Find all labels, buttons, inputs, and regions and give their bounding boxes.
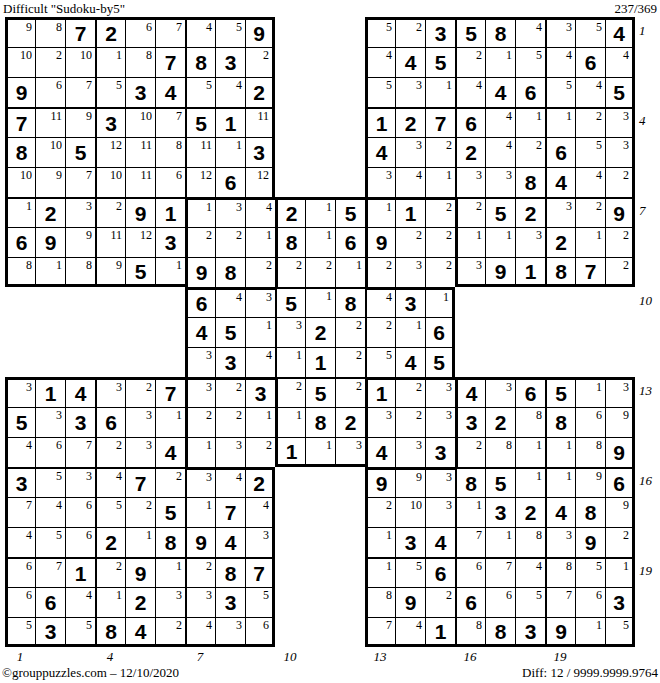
cell-r19c20[interactable]: 5 bbox=[575, 557, 605, 587]
cell-r17c8[interactable]: 7 bbox=[215, 497, 245, 527]
cell-r4c20[interactable]: 2 bbox=[575, 107, 605, 137]
cell-r13c12[interactable]: 2 bbox=[335, 377, 365, 407]
cell-r2c3[interactable]: 10 bbox=[65, 47, 95, 77]
cell-r3c4[interactable]: 5 bbox=[95, 77, 125, 107]
cell-r20c4[interactable]: 1 bbox=[95, 587, 125, 617]
cell-r14c21[interactable]: 9 bbox=[605, 407, 635, 437]
cell-r5c17[interactable]: 4 bbox=[485, 137, 515, 167]
cell-r17c19[interactable]: 4 bbox=[545, 497, 575, 527]
cell-r4c5[interactable]: 10 bbox=[125, 107, 155, 137]
cell-r1c5[interactable]: 6 bbox=[125, 17, 155, 47]
cell-r15c20[interactable]: 8 bbox=[575, 437, 605, 467]
cell-r13c10[interactable]: 2 bbox=[275, 377, 305, 407]
cell-r9c14[interactable]: 3 bbox=[395, 257, 425, 287]
cell-r13c19[interactable]: 5 bbox=[545, 377, 575, 407]
cell-r18c3[interactable]: 6 bbox=[65, 527, 95, 557]
cell-r8c17[interactable]: 1 bbox=[485, 227, 515, 257]
cell-r19c9[interactable]: 7 bbox=[245, 557, 275, 587]
cell-r9c8[interactable]: 8 bbox=[215, 257, 245, 287]
cell-r6c14[interactable]: 4 bbox=[395, 167, 425, 197]
cell-r1c19[interactable]: 3 bbox=[545, 17, 575, 47]
cell-r6c18[interactable]: 8 bbox=[515, 167, 545, 197]
cell-r8c4[interactable]: 11 bbox=[95, 227, 125, 257]
cell-r1c8[interactable]: 5 bbox=[215, 17, 245, 47]
cell-r21c18[interactable]: 3 bbox=[515, 617, 545, 647]
cell-r16c8[interactable]: 4 bbox=[215, 467, 245, 497]
cell-r10c10[interactable]: 5 bbox=[275, 287, 305, 317]
cell-r19c4[interactable]: 2 bbox=[95, 557, 125, 587]
cell-r21c8[interactable]: 3 bbox=[215, 617, 245, 647]
cell-r3c1[interactable]: 9 bbox=[5, 77, 35, 107]
cell-r21c2[interactable]: 3 bbox=[35, 617, 65, 647]
cell-r18c19[interactable]: 3 bbox=[545, 527, 575, 557]
cell-r15c6[interactable]: 4 bbox=[155, 437, 185, 467]
cell-r6c19[interactable]: 4 bbox=[545, 167, 575, 197]
cell-r1c7[interactable]: 4 bbox=[185, 17, 215, 47]
cell-r15c10[interactable]: 1 bbox=[275, 437, 305, 467]
cell-r18c21[interactable]: 2 bbox=[605, 527, 635, 557]
cell-r6c4[interactable]: 10 bbox=[95, 167, 125, 197]
cell-r1c9[interactable]: 9 bbox=[245, 17, 275, 47]
cell-r10c12[interactable]: 8 bbox=[335, 287, 365, 317]
cell-r8c11[interactable]: 1 bbox=[305, 227, 335, 257]
cell-r6c7[interactable]: 12 bbox=[185, 167, 215, 197]
cell-r9c17[interactable]: 9 bbox=[485, 257, 515, 287]
cell-r14c1[interactable]: 5 bbox=[5, 407, 35, 437]
cell-r20c13[interactable]: 8 bbox=[365, 587, 395, 617]
cell-r21c3[interactable]: 5 bbox=[65, 617, 95, 647]
cell-r11c15[interactable]: 6 bbox=[425, 317, 455, 347]
cell-r19c19[interactable]: 8 bbox=[545, 557, 575, 587]
cell-r15c9[interactable]: 2 bbox=[245, 437, 275, 467]
cell-r7c2[interactable]: 2 bbox=[35, 197, 65, 227]
cell-r15c7[interactable]: 1 bbox=[185, 437, 215, 467]
cell-r13c11[interactable]: 5 bbox=[305, 377, 335, 407]
cell-r13c13[interactable]: 1 bbox=[365, 377, 395, 407]
cell-r18c1[interactable]: 4 bbox=[5, 527, 35, 557]
cell-r15c19[interactable]: 1 bbox=[545, 437, 575, 467]
cell-r21c9[interactable]: 6 bbox=[245, 617, 275, 647]
cell-r13c17[interactable]: 3 bbox=[485, 377, 515, 407]
cell-r15c13[interactable]: 4 bbox=[365, 437, 395, 467]
cell-r17c9[interactable]: 4 bbox=[245, 497, 275, 527]
cell-r1c20[interactable]: 5 bbox=[575, 17, 605, 47]
cell-r21c15[interactable]: 1 bbox=[425, 617, 455, 647]
cell-r3c6[interactable]: 4 bbox=[155, 77, 185, 107]
cell-r15c18[interactable]: 1 bbox=[515, 437, 545, 467]
cell-r2c13[interactable]: 4 bbox=[365, 47, 395, 77]
cell-r16c2[interactable]: 5 bbox=[35, 467, 65, 497]
cell-r6c1[interactable]: 10 bbox=[5, 167, 35, 197]
cell-r14c5[interactable]: 3 bbox=[125, 407, 155, 437]
cell-r15c5[interactable]: 3 bbox=[125, 437, 155, 467]
cell-r7c4[interactable]: 2 bbox=[95, 197, 125, 227]
cell-r5c13[interactable]: 4 bbox=[365, 137, 395, 167]
cell-r5c20[interactable]: 5 bbox=[575, 137, 605, 167]
cell-r17c3[interactable]: 6 bbox=[65, 497, 95, 527]
cell-r3c15[interactable]: 1 bbox=[425, 77, 455, 107]
cell-r8c13[interactable]: 9 bbox=[365, 227, 395, 257]
cell-r13c6[interactable]: 7 bbox=[155, 377, 185, 407]
cell-r3c3[interactable]: 7 bbox=[65, 77, 95, 107]
cell-r18c15[interactable]: 4 bbox=[425, 527, 455, 557]
cell-r14c3[interactable]: 3 bbox=[65, 407, 95, 437]
cell-r3c20[interactable]: 4 bbox=[575, 77, 605, 107]
cell-r4c21[interactable]: 3 bbox=[605, 107, 635, 137]
cell-r21c17[interactable]: 8 bbox=[485, 617, 515, 647]
cell-r9c11[interactable]: 2 bbox=[305, 257, 335, 287]
cell-r14c8[interactable]: 2 bbox=[215, 407, 245, 437]
cell-r7c20[interactable]: 2 bbox=[575, 197, 605, 227]
cell-r6c20[interactable]: 4 bbox=[575, 167, 605, 197]
cell-r13c20[interactable]: 1 bbox=[575, 377, 605, 407]
cell-r13c18[interactable]: 6 bbox=[515, 377, 545, 407]
cell-r4c1[interactable]: 7 bbox=[5, 107, 35, 137]
cell-r8c1[interactable]: 6 bbox=[5, 227, 35, 257]
cell-r7c5[interactable]: 9 bbox=[125, 197, 155, 227]
cell-r5c14[interactable]: 3 bbox=[395, 137, 425, 167]
cell-r7c14[interactable]: 1 bbox=[395, 197, 425, 227]
cell-r21c6[interactable]: 2 bbox=[155, 617, 185, 647]
cell-r13c4[interactable]: 3 bbox=[95, 377, 125, 407]
cell-r20c8[interactable]: 3 bbox=[215, 587, 245, 617]
cell-r17c4[interactable]: 5 bbox=[95, 497, 125, 527]
cell-r16c13[interactable]: 9 bbox=[365, 467, 395, 497]
cell-r8c8[interactable]: 2 bbox=[215, 227, 245, 257]
cell-r15c2[interactable]: 6 bbox=[35, 437, 65, 467]
cell-r8c20[interactable]: 1 bbox=[575, 227, 605, 257]
cell-r7c12[interactable]: 5 bbox=[335, 197, 365, 227]
cell-r9c21[interactable]: 2 bbox=[605, 257, 635, 287]
cell-r2c1[interactable]: 10 bbox=[5, 47, 35, 77]
cell-r20c6[interactable]: 3 bbox=[155, 587, 185, 617]
cell-r9c18[interactable]: 1 bbox=[515, 257, 545, 287]
cell-r20c15[interactable]: 2 bbox=[425, 587, 455, 617]
cell-r10c15[interactable]: 1 bbox=[425, 287, 455, 317]
cell-r13c8[interactable]: 2 bbox=[215, 377, 245, 407]
cell-r1c18[interactable]: 4 bbox=[515, 17, 545, 47]
cell-r13c7[interactable]: 3 bbox=[185, 377, 215, 407]
cell-r13c3[interactable]: 4 bbox=[65, 377, 95, 407]
cell-r8c19[interactable]: 2 bbox=[545, 227, 575, 257]
cell-r2c17[interactable]: 1 bbox=[485, 47, 515, 77]
cell-r9c5[interactable]: 5 bbox=[125, 257, 155, 287]
cell-r10c9[interactable]: 3 bbox=[245, 287, 275, 317]
cell-r19c15[interactable]: 6 bbox=[425, 557, 455, 587]
cell-r20c3[interactable]: 4 bbox=[65, 587, 95, 617]
cell-r7c11[interactable]: 1 bbox=[305, 197, 335, 227]
cell-r2c7[interactable]: 8 bbox=[185, 47, 215, 77]
cell-r16c4[interactable]: 4 bbox=[95, 467, 125, 497]
cell-r1c6[interactable]: 7 bbox=[155, 17, 185, 47]
cell-r19c2[interactable]: 7 bbox=[35, 557, 65, 587]
cell-r4c2[interactable]: 11 bbox=[35, 107, 65, 137]
cell-r20c17[interactable]: 6 bbox=[485, 587, 515, 617]
cell-r7c16[interactable]: 2 bbox=[455, 197, 485, 227]
cell-r18c18[interactable]: 8 bbox=[515, 527, 545, 557]
cell-r9c15[interactable]: 2 bbox=[425, 257, 455, 287]
cell-r18c16[interactable]: 7 bbox=[455, 527, 485, 557]
cell-r3c13[interactable]: 5 bbox=[365, 77, 395, 107]
cell-r14c16[interactable]: 3 bbox=[455, 407, 485, 437]
cell-r20c2[interactable]: 6 bbox=[35, 587, 65, 617]
cell-r9c13[interactable]: 2 bbox=[365, 257, 395, 287]
cell-r18c13[interactable]: 1 bbox=[365, 527, 395, 557]
cell-r7c17[interactable]: 5 bbox=[485, 197, 515, 227]
cell-r7c7[interactable]: 1 bbox=[185, 197, 215, 227]
cell-r16c3[interactable]: 3 bbox=[65, 467, 95, 497]
cell-r6c13[interactable]: 3 bbox=[365, 167, 395, 197]
cell-r7c3[interactable]: 3 bbox=[65, 197, 95, 227]
cell-r3c2[interactable]: 6 bbox=[35, 77, 65, 107]
cell-r9c12[interactable]: 1 bbox=[335, 257, 365, 287]
cell-r7c18[interactable]: 2 bbox=[515, 197, 545, 227]
cell-r2c2[interactable]: 2 bbox=[35, 47, 65, 77]
cell-r2c4[interactable]: 1 bbox=[95, 47, 125, 77]
cell-r5c3[interactable]: 5 bbox=[65, 137, 95, 167]
cell-r5c1[interactable]: 8 bbox=[5, 137, 35, 167]
cell-r21c4[interactable]: 8 bbox=[95, 617, 125, 647]
cell-r7c13[interactable]: 1 bbox=[365, 197, 395, 227]
cell-r13c1[interactable]: 3 bbox=[5, 377, 35, 407]
cell-r10c13[interactable]: 4 bbox=[365, 287, 395, 317]
cell-r3c21[interactable]: 5 bbox=[605, 77, 635, 107]
cell-r16c20[interactable]: 9 bbox=[575, 467, 605, 497]
cell-r7c9[interactable]: 4 bbox=[245, 197, 275, 227]
cell-r3c19[interactable]: 5 bbox=[545, 77, 575, 107]
cell-r12c14[interactable]: 4 bbox=[395, 347, 425, 377]
cell-r11c9[interactable]: 1 bbox=[245, 317, 275, 347]
cell-r14c2[interactable]: 3 bbox=[35, 407, 65, 437]
cell-r8c10[interactable]: 8 bbox=[275, 227, 305, 257]
cell-r21c14[interactable]: 4 bbox=[395, 617, 425, 647]
cell-r8c6[interactable]: 3 bbox=[155, 227, 185, 257]
cell-r4c13[interactable]: 1 bbox=[365, 107, 395, 137]
cell-r16c14[interactable]: 9 bbox=[395, 467, 425, 497]
cell-r3c14[interactable]: 3 bbox=[395, 77, 425, 107]
cell-r18c7[interactable]: 9 bbox=[185, 527, 215, 557]
cell-r2c6[interactable]: 7 bbox=[155, 47, 185, 77]
cell-r13c21[interactable]: 3 bbox=[605, 377, 635, 407]
cell-r2c8[interactable]: 3 bbox=[215, 47, 245, 77]
cell-r2c15[interactable]: 5 bbox=[425, 47, 455, 77]
cell-r19c5[interactable]: 9 bbox=[125, 557, 155, 587]
cell-r16c5[interactable]: 7 bbox=[125, 467, 155, 497]
cell-r13c15[interactable]: 3 bbox=[425, 377, 455, 407]
cell-r19c16[interactable]: 6 bbox=[455, 557, 485, 587]
cell-r7c10[interactable]: 2 bbox=[275, 197, 305, 227]
cell-r9c16[interactable]: 3 bbox=[455, 257, 485, 287]
cell-r10c7[interactable]: 6 bbox=[185, 287, 215, 317]
cell-r5c21[interactable]: 3 bbox=[605, 137, 635, 167]
cell-r7c15[interactable]: 2 bbox=[425, 197, 455, 227]
cell-r2c21[interactable]: 4 bbox=[605, 47, 635, 77]
cell-r11c12[interactable]: 2 bbox=[335, 317, 365, 347]
cell-r14c20[interactable]: 6 bbox=[575, 407, 605, 437]
cell-r5c5[interactable]: 11 bbox=[125, 137, 155, 167]
cell-r12c9[interactable]: 4 bbox=[245, 347, 275, 377]
cell-r20c19[interactable]: 7 bbox=[545, 587, 575, 617]
cell-r9c3[interactable]: 8 bbox=[65, 257, 95, 287]
cell-r3c18[interactable]: 6 bbox=[515, 77, 545, 107]
cell-r15c3[interactable]: 7 bbox=[65, 437, 95, 467]
cell-r2c18[interactable]: 5 bbox=[515, 47, 545, 77]
cell-r17c7[interactable]: 1 bbox=[185, 497, 215, 527]
cell-r15c17[interactable]: 8 bbox=[485, 437, 515, 467]
cell-r15c14[interactable]: 3 bbox=[395, 437, 425, 467]
cell-r1c14[interactable]: 2 bbox=[395, 17, 425, 47]
cell-r2c19[interactable]: 4 bbox=[545, 47, 575, 77]
cell-r21c7[interactable]: 4 bbox=[185, 617, 215, 647]
cell-r21c16[interactable]: 8 bbox=[455, 617, 485, 647]
cell-r16c19[interactable]: 1 bbox=[545, 467, 575, 497]
cell-r19c21[interactable]: 1 bbox=[605, 557, 635, 587]
cell-r6c16[interactable]: 3 bbox=[455, 167, 485, 197]
cell-r15c12[interactable]: 3 bbox=[335, 437, 365, 467]
cell-r4c17[interactable]: 4 bbox=[485, 107, 515, 137]
cell-r17c2[interactable]: 4 bbox=[35, 497, 65, 527]
cell-r4c8[interactable]: 1 bbox=[215, 107, 245, 137]
cell-r6c9[interactable]: 12 bbox=[245, 167, 275, 197]
cell-r12c13[interactable]: 5 bbox=[365, 347, 395, 377]
cell-r5c2[interactable]: 10 bbox=[35, 137, 65, 167]
cell-r17c14[interactable]: 10 bbox=[395, 497, 425, 527]
cell-r5c9[interactable]: 3 bbox=[245, 137, 275, 167]
cell-r15c16[interactable]: 2 bbox=[455, 437, 485, 467]
cell-r4c16[interactable]: 6 bbox=[455, 107, 485, 137]
cell-r16c9[interactable]: 2 bbox=[245, 467, 275, 497]
cell-r5c8[interactable]: 1 bbox=[215, 137, 245, 167]
cell-r18c17[interactable]: 1 bbox=[485, 527, 515, 557]
cell-r20c21[interactable]: 3 bbox=[605, 587, 635, 617]
cell-r14c13[interactable]: 3 bbox=[365, 407, 395, 437]
cell-r5c19[interactable]: 6 bbox=[545, 137, 575, 167]
cell-r9c9[interactable]: 2 bbox=[245, 257, 275, 287]
cell-r4c9[interactable]: 11 bbox=[245, 107, 275, 137]
cell-r21c21[interactable]: 5 bbox=[605, 617, 635, 647]
cell-r20c20[interactable]: 6 bbox=[575, 587, 605, 617]
cell-r11c13[interactable]: 2 bbox=[365, 317, 395, 347]
cell-r5c4[interactable]: 12 bbox=[95, 137, 125, 167]
cell-r17c16[interactable]: 1 bbox=[455, 497, 485, 527]
cell-r10c14[interactable]: 3 bbox=[395, 287, 425, 317]
cell-r19c3[interactable]: 1 bbox=[65, 557, 95, 587]
cell-r4c7[interactable]: 5 bbox=[185, 107, 215, 137]
cell-r8c2[interactable]: 9 bbox=[35, 227, 65, 257]
cell-r4c18[interactable]: 1 bbox=[515, 107, 545, 137]
cell-r3c7[interactable]: 5 bbox=[185, 77, 215, 107]
cell-r15c4[interactable]: 2 bbox=[95, 437, 125, 467]
cell-r18c8[interactable]: 4 bbox=[215, 527, 245, 557]
cell-r16c18[interactable]: 1 bbox=[515, 467, 545, 497]
cell-r5c6[interactable]: 8 bbox=[155, 137, 185, 167]
cell-r14c14[interactable]: 2 bbox=[395, 407, 425, 437]
cell-r19c14[interactable]: 5 bbox=[395, 557, 425, 587]
cell-r8c12[interactable]: 6 bbox=[335, 227, 365, 257]
cell-r9c1[interactable]: 8 bbox=[5, 257, 35, 287]
cell-r6c17[interactable]: 3 bbox=[485, 167, 515, 197]
cell-r14c12[interactable]: 2 bbox=[335, 407, 365, 437]
cell-r1c3[interactable]: 7 bbox=[65, 17, 95, 47]
cell-r6c2[interactable]: 9 bbox=[35, 167, 65, 197]
cell-r11c7[interactable]: 4 bbox=[185, 317, 215, 347]
cell-r14c17[interactable]: 2 bbox=[485, 407, 515, 437]
cell-r4c15[interactable]: 7 bbox=[425, 107, 455, 137]
cell-r9c7[interactable]: 9 bbox=[185, 257, 215, 287]
cell-r2c20[interactable]: 6 bbox=[575, 47, 605, 77]
cell-r14c10[interactable]: 1 bbox=[275, 407, 305, 437]
cell-r2c9[interactable]: 2 bbox=[245, 47, 275, 77]
cell-r14c4[interactable]: 6 bbox=[95, 407, 125, 437]
cell-r3c8[interactable]: 4 bbox=[215, 77, 245, 107]
cell-r17c21[interactable]: 9 bbox=[605, 497, 635, 527]
cell-r18c20[interactable]: 9 bbox=[575, 527, 605, 557]
cell-r8c16[interactable]: 1 bbox=[455, 227, 485, 257]
cell-r9c10[interactable]: 2 bbox=[275, 257, 305, 287]
cell-r18c4[interactable]: 2 bbox=[95, 527, 125, 557]
cell-r3c17[interactable]: 4 bbox=[485, 77, 515, 107]
cell-r1c21[interactable]: 4 bbox=[605, 17, 635, 47]
cell-r17c13[interactable]: 2 bbox=[365, 497, 395, 527]
cell-r15c21[interactable]: 9 bbox=[605, 437, 635, 467]
cell-r19c7[interactable]: 2 bbox=[185, 557, 215, 587]
cell-r13c16[interactable]: 4 bbox=[455, 377, 485, 407]
cell-r12c10[interactable]: 1 bbox=[275, 347, 305, 377]
cell-r1c4[interactable]: 2 bbox=[95, 17, 125, 47]
cell-r18c5[interactable]: 1 bbox=[125, 527, 155, 557]
cell-r1c2[interactable]: 8 bbox=[35, 17, 65, 47]
cell-r8c3[interactable]: 9 bbox=[65, 227, 95, 257]
cell-r12c15[interactable]: 5 bbox=[425, 347, 455, 377]
cell-r1c13[interactable]: 5 bbox=[365, 17, 395, 47]
cell-r9c2[interactable]: 1 bbox=[35, 257, 65, 287]
cell-r19c18[interactable]: 4 bbox=[515, 557, 545, 587]
cell-r5c15[interactable]: 2 bbox=[425, 137, 455, 167]
cell-r6c8[interactable]: 6 bbox=[215, 167, 245, 197]
cell-r13c2[interactable]: 1 bbox=[35, 377, 65, 407]
cell-r15c8[interactable]: 3 bbox=[215, 437, 245, 467]
cell-r8c14[interactable]: 2 bbox=[395, 227, 425, 257]
cell-r20c18[interactable]: 5 bbox=[515, 587, 545, 617]
cell-r17c6[interactable]: 5 bbox=[155, 497, 185, 527]
cell-r16c6[interactable]: 2 bbox=[155, 467, 185, 497]
cell-r6c3[interactable]: 7 bbox=[65, 167, 95, 197]
cell-r6c5[interactable]: 11 bbox=[125, 167, 155, 197]
cell-r17c1[interactable]: 7 bbox=[5, 497, 35, 527]
cell-r8c21[interactable]: 2 bbox=[605, 227, 635, 257]
cell-r13c5[interactable]: 2 bbox=[125, 377, 155, 407]
cell-r12c8[interactable]: 3 bbox=[215, 347, 245, 377]
cell-r20c16[interactable]: 6 bbox=[455, 587, 485, 617]
cell-r16c1[interactable]: 3 bbox=[5, 467, 35, 497]
cell-r20c14[interactable]: 9 bbox=[395, 587, 425, 617]
cell-r13c9[interactable]: 3 bbox=[245, 377, 275, 407]
cell-r7c21[interactable]: 9 bbox=[605, 197, 635, 227]
cell-r20c1[interactable]: 6 bbox=[5, 587, 35, 617]
cell-r20c9[interactable]: 5 bbox=[245, 587, 275, 617]
cell-r10c11[interactable]: 1 bbox=[305, 287, 335, 317]
cell-r8c15[interactable]: 2 bbox=[425, 227, 455, 257]
cell-r7c1[interactable]: 1 bbox=[5, 197, 35, 227]
cell-r14c6[interactable]: 1 bbox=[155, 407, 185, 437]
cell-r8c7[interactable]: 2 bbox=[185, 227, 215, 257]
cell-r18c9[interactable]: 3 bbox=[245, 527, 275, 557]
cell-r15c11[interactable]: 1 bbox=[305, 437, 335, 467]
cell-r12c12[interactable]: 2 bbox=[335, 347, 365, 377]
cell-r5c7[interactable]: 11 bbox=[185, 137, 215, 167]
cell-r12c11[interactable]: 1 bbox=[305, 347, 335, 377]
cell-r21c20[interactable]: 1 bbox=[575, 617, 605, 647]
